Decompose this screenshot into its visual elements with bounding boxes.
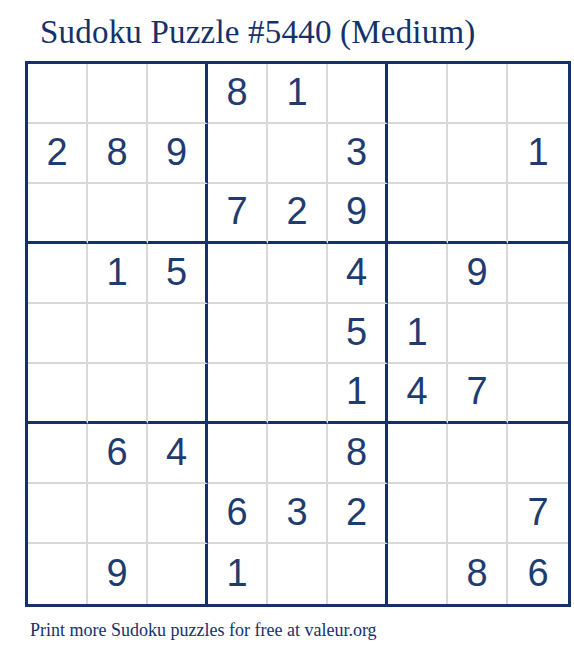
cell-r4c5	[268, 244, 328, 304]
cell-r8c6: 2	[328, 484, 388, 544]
cell-r3c4: 7	[208, 184, 268, 244]
given-digit: 9	[346, 192, 367, 230]
cell-r8c2	[88, 484, 148, 544]
cell-r3c2	[88, 184, 148, 244]
given-digit: 3	[286, 493, 307, 531]
cell-r1c4: 8	[208, 64, 268, 124]
cell-r2c5	[268, 124, 328, 184]
given-digit: 8	[226, 73, 247, 111]
cell-r9c9: 6	[508, 544, 568, 604]
given-digit: 7	[226, 192, 247, 230]
given-digit: 9	[166, 133, 187, 171]
given-digit: 8	[346, 433, 367, 471]
cell-r5c4	[208, 304, 268, 364]
given-digit: 6	[527, 554, 548, 592]
cell-r2c7	[388, 124, 448, 184]
cell-r7c7	[388, 424, 448, 484]
given-digit: 7	[527, 493, 548, 531]
cell-r5c2	[88, 304, 148, 364]
cell-r4c9	[508, 244, 568, 304]
cell-r9c1	[28, 544, 88, 604]
cell-r6c1	[28, 364, 88, 424]
given-digit: 5	[166, 253, 187, 291]
given-digit: 2	[346, 493, 367, 531]
cell-r2c2: 8	[88, 124, 148, 184]
cell-r3c6: 9	[328, 184, 388, 244]
cell-r7c5	[268, 424, 328, 484]
cell-r1c5: 1	[268, 64, 328, 124]
cell-r3c7	[388, 184, 448, 244]
cell-r9c7	[388, 544, 448, 604]
footer-text: Print more Sudoku puzzles for free at va…	[30, 620, 574, 641]
cell-r8c4: 6	[208, 484, 268, 544]
cell-r2c3: 9	[148, 124, 208, 184]
cell-r8c9: 7	[508, 484, 568, 544]
given-digit: 6	[226, 493, 247, 531]
given-digit: 7	[466, 372, 487, 410]
given-digit: 1	[226, 554, 247, 592]
cell-r5c7: 1	[388, 304, 448, 364]
cell-r4c7	[388, 244, 448, 304]
cell-r7c9	[508, 424, 568, 484]
cell-r3c1	[28, 184, 88, 244]
cell-r3c5: 2	[268, 184, 328, 244]
cell-r8c3	[148, 484, 208, 544]
given-digit: 2	[46, 133, 67, 171]
given-digit: 6	[106, 433, 127, 471]
cell-r4c8: 9	[448, 244, 508, 304]
cell-r5c5	[268, 304, 328, 364]
cell-r6c6: 1	[328, 364, 388, 424]
cell-r6c7: 4	[388, 364, 448, 424]
cell-r4c2: 1	[88, 244, 148, 304]
given-digit: 4	[406, 372, 427, 410]
cell-r7c2: 6	[88, 424, 148, 484]
cell-r9c6	[328, 544, 388, 604]
cell-r5c3	[148, 304, 208, 364]
cell-r1c6	[328, 64, 388, 124]
given-digit: 1	[527, 133, 548, 171]
given-digit: 4	[166, 433, 187, 471]
cell-r9c3	[148, 544, 208, 604]
cell-r6c4	[208, 364, 268, 424]
cell-r5c1	[28, 304, 88, 364]
cell-r7c4	[208, 424, 268, 484]
cell-r2c4	[208, 124, 268, 184]
given-digit: 8	[106, 133, 127, 171]
cell-r2c1: 2	[28, 124, 88, 184]
cell-r5c8	[448, 304, 508, 364]
cell-r9c4: 1	[208, 544, 268, 604]
given-digit: 1	[346, 372, 367, 410]
cell-r3c3	[148, 184, 208, 244]
cell-r1c2	[88, 64, 148, 124]
cell-r8c8	[448, 484, 508, 544]
cell-r4c1	[28, 244, 88, 304]
cell-r3c9	[508, 184, 568, 244]
cell-r1c8	[448, 64, 508, 124]
cell-r6c5	[268, 364, 328, 424]
cell-r9c2: 9	[88, 544, 148, 604]
cell-r8c5: 3	[268, 484, 328, 544]
cell-r4c3: 5	[148, 244, 208, 304]
cell-r1c7	[388, 64, 448, 124]
cell-r7c1	[28, 424, 88, 484]
cell-r3c8	[448, 184, 508, 244]
cell-r1c3	[148, 64, 208, 124]
cell-r7c6: 8	[328, 424, 388, 484]
sudoku-board: 812893172915495114764863279186	[25, 61, 571, 607]
cell-r1c9	[508, 64, 568, 124]
cell-r6c2	[88, 364, 148, 424]
cell-r7c8	[448, 424, 508, 484]
given-digit: 8	[466, 554, 487, 592]
cell-r2c6: 3	[328, 124, 388, 184]
cell-r6c8: 7	[448, 364, 508, 424]
given-digit: 4	[346, 253, 367, 291]
given-digit: 1	[286, 73, 307, 111]
given-digit: 2	[286, 192, 307, 230]
given-digit: 9	[466, 253, 487, 291]
cell-r6c9	[508, 364, 568, 424]
page-title: Sudoku Puzzle #5440 (Medium)	[40, 14, 574, 52]
cell-r8c1	[28, 484, 88, 544]
cell-r2c8	[448, 124, 508, 184]
cell-r6c3	[148, 364, 208, 424]
cell-r2c9: 1	[508, 124, 568, 184]
given-digit: 3	[346, 133, 367, 171]
cell-r4c4	[208, 244, 268, 304]
given-digit: 9	[106, 554, 127, 592]
cell-r9c5	[268, 544, 328, 604]
given-digit: 1	[406, 313, 427, 351]
cell-r4c6: 4	[328, 244, 388, 304]
cell-r5c6: 5	[328, 304, 388, 364]
cell-r8c7	[388, 484, 448, 544]
cell-r7c3: 4	[148, 424, 208, 484]
given-digit: 1	[106, 253, 127, 291]
cell-r5c9	[508, 304, 568, 364]
cell-r9c8: 8	[448, 544, 508, 604]
cell-r1c1	[28, 64, 88, 124]
given-digit: 5	[346, 313, 367, 351]
